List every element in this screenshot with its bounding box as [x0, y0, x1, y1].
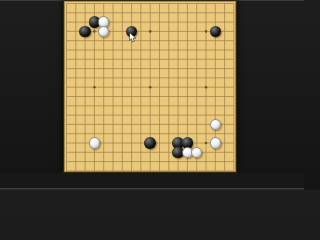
mouse-cursor-icon [129, 32, 137, 43]
black-stone-C16 [79, 26, 91, 38]
go-board[interactable] [63, 0, 237, 173]
bottom-status-strip [0, 188, 304, 190]
white-stone-R4 [210, 137, 222, 149]
black-stone-K4 [144, 137, 156, 149]
white-stone-D4 [89, 137, 101, 149]
bottom-toolbar: ◀◀◀▶▶▶▶| [0, 173, 304, 188]
